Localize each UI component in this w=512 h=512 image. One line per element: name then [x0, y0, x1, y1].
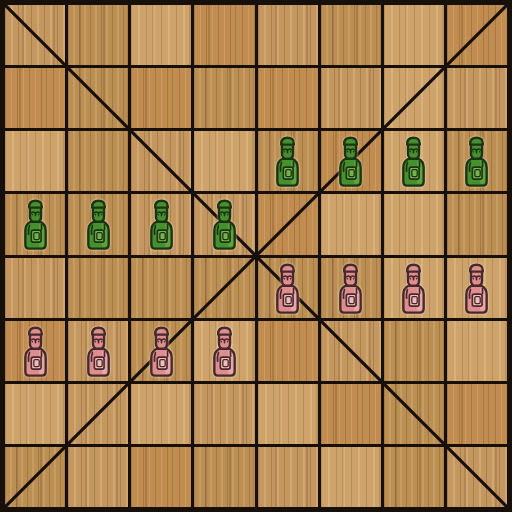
board-cell-r0c7[interactable]: [447, 5, 507, 65]
board-cell-r3c2[interactable]: [131, 194, 191, 254]
board-cell-r3c7[interactable]: [447, 194, 507, 254]
board-cell-r6c7[interactable]: [447, 384, 507, 444]
board-cell-r4c3[interactable]: [194, 258, 254, 318]
board-cell-r3c1[interactable]: [68, 194, 128, 254]
board-cell-r2c6[interactable]: [384, 131, 444, 191]
pawn-figurine-icon: [395, 263, 432, 315]
board-cell-r2c2[interactable]: [131, 131, 191, 191]
pawn-figurine-icon: [458, 136, 495, 188]
pawn-figurine-icon: [143, 199, 180, 251]
board-cell-r5c3[interactable]: [194, 321, 254, 381]
board-cell-r1c2[interactable]: [131, 68, 191, 128]
board-cell-r1c4[interactable]: [258, 68, 318, 128]
board-cell-r1c1[interactable]: [68, 68, 128, 128]
board-cell-r7c3[interactable]: [194, 447, 254, 507]
board-cell-r7c4[interactable]: [258, 447, 318, 507]
green-pawn[interactable]: [80, 199, 117, 251]
board-cell-r0c5[interactable]: [321, 5, 381, 65]
board-cell-r7c7[interactable]: [447, 447, 507, 507]
board-cell-r6c6[interactable]: [384, 384, 444, 444]
board-cell-r4c0[interactable]: [5, 258, 65, 318]
pawn-figurine-icon: [17, 326, 54, 378]
green-pawn[interactable]: [458, 136, 495, 188]
pawn-figurine-icon: [332, 136, 369, 188]
green-pawn[interactable]: [206, 199, 243, 251]
board-cell-r3c4[interactable]: [258, 194, 318, 254]
board-cell-r4c5[interactable]: [321, 258, 381, 318]
pawn-figurine-icon: [395, 136, 432, 188]
board-cell-r6c1[interactable]: [68, 384, 128, 444]
board-cell-r7c0[interactable]: [5, 447, 65, 507]
pawn-figurine-icon: [206, 199, 243, 251]
board-cell-r1c3[interactable]: [194, 68, 254, 128]
board-cell-r2c3[interactable]: [194, 131, 254, 191]
pink-pawn[interactable]: [269, 263, 306, 315]
board-cell-r1c5[interactable]: [321, 68, 381, 128]
board-cell-r2c1[interactable]: [68, 131, 128, 191]
pink-pawn[interactable]: [206, 326, 243, 378]
board-cell-r2c5[interactable]: [321, 131, 381, 191]
board-cell-r7c5[interactable]: [321, 447, 381, 507]
green-pawn[interactable]: [395, 136, 432, 188]
board-cell-r1c0[interactable]: [5, 68, 65, 128]
pink-pawn[interactable]: [143, 326, 180, 378]
board-cell-r5c1[interactable]: [68, 321, 128, 381]
pink-pawn[interactable]: [458, 263, 495, 315]
pawn-figurine-icon: [269, 263, 306, 315]
board-cell-r4c1[interactable]: [68, 258, 128, 318]
pawn-figurine-icon: [206, 326, 243, 378]
pawn-figurine-icon: [17, 199, 54, 251]
game-board: [0, 0, 512, 512]
board-cell-r6c3[interactable]: [194, 384, 254, 444]
board-cell-r4c4[interactable]: [258, 258, 318, 318]
board-grid: [5, 5, 507, 507]
board-cell-r4c7[interactable]: [447, 258, 507, 318]
pink-pawn[interactable]: [80, 326, 117, 378]
board-cell-r4c2[interactable]: [131, 258, 191, 318]
pawn-figurine-icon: [80, 199, 117, 251]
board-cell-r1c7[interactable]: [447, 68, 507, 128]
green-pawn[interactable]: [143, 199, 180, 251]
pawn-figurine-icon: [80, 326, 117, 378]
board-cell-r4c6[interactable]: [384, 258, 444, 318]
board-cell-r0c2[interactable]: [131, 5, 191, 65]
board-cell-r5c5[interactable]: [321, 321, 381, 381]
green-pawn[interactable]: [269, 136, 306, 188]
green-pawn[interactable]: [332, 136, 369, 188]
pink-pawn[interactable]: [17, 326, 54, 378]
board-cell-r3c3[interactable]: [194, 194, 254, 254]
board-cell-r5c6[interactable]: [384, 321, 444, 381]
pawn-figurine-icon: [332, 263, 369, 315]
board-cell-r2c4[interactable]: [258, 131, 318, 191]
board-cell-r0c1[interactable]: [68, 5, 128, 65]
board-cell-r5c4[interactable]: [258, 321, 318, 381]
board-cell-r5c7[interactable]: [447, 321, 507, 381]
board-cell-r6c5[interactable]: [321, 384, 381, 444]
board-cell-r7c6[interactable]: [384, 447, 444, 507]
board-cell-r6c4[interactable]: [258, 384, 318, 444]
board-cell-r6c2[interactable]: [131, 384, 191, 444]
board-cell-r0c4[interactable]: [258, 5, 318, 65]
green-pawn[interactable]: [17, 199, 54, 251]
board-cell-r0c6[interactable]: [384, 5, 444, 65]
board-cell-r3c0[interactable]: [5, 194, 65, 254]
board-cell-r3c6[interactable]: [384, 194, 444, 254]
board-cell-r7c2[interactable]: [131, 447, 191, 507]
board-cell-r3c5[interactable]: [321, 194, 381, 254]
pawn-figurine-icon: [458, 263, 495, 315]
board-cell-r2c7[interactable]: [447, 131, 507, 191]
pawn-figurine-icon: [143, 326, 180, 378]
board-cell-r2c0[interactable]: [5, 131, 65, 191]
board-cell-r5c0[interactable]: [5, 321, 65, 381]
pink-pawn[interactable]: [395, 263, 432, 315]
board-cell-r1c6[interactable]: [384, 68, 444, 128]
board-cell-r5c2[interactable]: [131, 321, 191, 381]
board-cell-r0c0[interactable]: [5, 5, 65, 65]
board-cell-r7c1[interactable]: [68, 447, 128, 507]
pawn-figurine-icon: [269, 136, 306, 188]
pink-pawn[interactable]: [332, 263, 369, 315]
board-cell-r0c3[interactable]: [194, 5, 254, 65]
board-cell-r6c0[interactable]: [5, 384, 65, 444]
